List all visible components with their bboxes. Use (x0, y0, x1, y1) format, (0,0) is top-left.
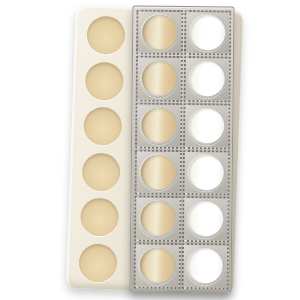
pit-hole-white[interactable] (189, 108, 224, 143)
base-tray-pit[interactable] (85, 61, 124, 100)
base-tray-pit[interactable] (78, 243, 117, 282)
base-tray-pit[interactable] (82, 152, 121, 191)
board-scene (0, 0, 300, 300)
hole-rim (138, 246, 176, 284)
pit-hole-white[interactable] (190, 15, 225, 50)
pit-hole-beige[interactable] (140, 201, 175, 236)
pit-grid (133, 9, 232, 290)
mold-cell-r4c2[interactable] (182, 150, 229, 196)
hole-rim (187, 107, 225, 145)
pit-hole-beige[interactable] (140, 154, 175, 189)
base-tray-pit[interactable] (86, 16, 125, 55)
pit-hole-beige[interactable] (141, 61, 176, 96)
pit-hole-beige[interactable] (142, 14, 177, 49)
hole-rim (140, 60, 178, 98)
metal-tray (130, 5, 235, 292)
hole-rim (139, 153, 177, 191)
pit-hole-beige[interactable] (141, 108, 176, 143)
mold-cell-r1c2[interactable] (183, 10, 230, 56)
hole-rim (186, 200, 224, 238)
hole-rim (139, 106, 177, 144)
pit-hole-white[interactable] (189, 62, 224, 97)
mold-cell-r6c1[interactable] (133, 242, 180, 288)
hole-rim (140, 13, 178, 51)
mold-cell-r2c2[interactable] (183, 56, 230, 102)
pit-hole-beige[interactable] (139, 248, 174, 283)
mold-cell-r5c1[interactable] (134, 196, 181, 242)
hole-rim (138, 200, 176, 238)
mold-cell-r6c2[interactable] (181, 243, 228, 289)
mold-cell-r2c1[interactable] (135, 56, 182, 102)
hole-rim (187, 153, 225, 191)
mold-cell-r3c2[interactable] (183, 103, 230, 149)
mold-cell-r1c1[interactable] (135, 9, 182, 55)
hole-rim (188, 13, 226, 51)
mold-cell-r5c2[interactable] (182, 196, 229, 242)
base-tray-pit[interactable] (83, 107, 122, 146)
hole-rim (186, 247, 224, 285)
pit-hole-white[interactable] (188, 202, 223, 237)
base-tray-pit[interactable] (80, 197, 119, 236)
pit-hole-white[interactable] (188, 155, 223, 190)
mold-cell-r3c1[interactable] (135, 102, 182, 148)
pit-hole-white[interactable] (187, 248, 222, 283)
mold-cell-r4c1[interactable] (134, 149, 181, 195)
hole-rim (188, 60, 226, 98)
